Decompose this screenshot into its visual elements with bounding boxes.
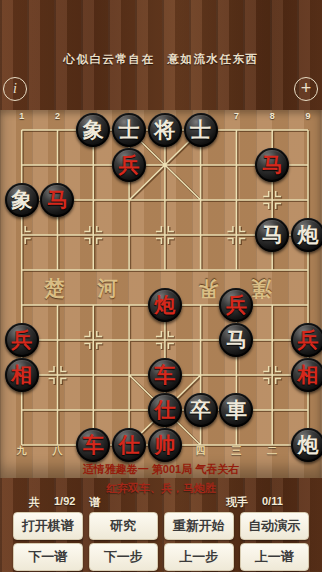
open-book-button[interactable]: 打开棋谱 (13, 512, 83, 540)
piece-black-車[interactable]: 車 (219, 393, 253, 427)
piece-black-马[interactable]: 马 (219, 323, 253, 357)
total-value: 1/92 (54, 495, 75, 507)
book-label: 谱 (89, 495, 100, 510)
piece-black-士[interactable]: 士 (184, 113, 218, 147)
puzzle-result: 红弃双车、兵，马炮胜 (0, 481, 322, 496)
piece-red-兵[interactable]: 兵 (112, 148, 146, 182)
stats-bar: 共 1/92 谱 现手 0/11 (0, 495, 322, 509)
piece-red-兵[interactable]: 兵 (291, 323, 322, 357)
piece-black-炮[interactable]: 炮 (291, 428, 322, 462)
total-label: 共 (29, 495, 40, 510)
puzzle-title: 适情雅趣卷一 第001局 气吞关右 (0, 462, 322, 477)
piece-red-相[interactable]: 相 (291, 358, 322, 392)
button-row-2: 下一谱下一步上一步上一谱 (0, 543, 322, 571)
piece-red-车[interactable]: 车 (148, 358, 182, 392)
xiangqi-board[interactable]: 象士将士兵马象马马炮炮兵兵马兵相车相仕卒車车仕帅炮 (4, 113, 322, 463)
piece-black-马[interactable]: 马 (255, 218, 289, 252)
current-move-value: 0/11 (262, 495, 283, 507)
app-screen: 心似白云常自在 意如流水任东西 i + 楚 河 漢 界 123456789 九八… (0, 0, 322, 572)
piece-red-仕[interactable]: 仕 (148, 393, 182, 427)
next-move-button[interactable]: 下一步 (89, 543, 159, 571)
button-row-1: 打开棋谱研究重新开始自动演示 (0, 512, 322, 540)
piece-black-卒[interactable]: 卒 (184, 393, 218, 427)
piece-black-将[interactable]: 将 (148, 113, 182, 147)
piece-red-帅[interactable]: 帅 (148, 428, 182, 462)
piece-red-马[interactable]: 马 (40, 183, 74, 217)
plus-icon: + (301, 79, 312, 97)
piece-red-车[interactable]: 车 (76, 428, 110, 462)
prev-move-button[interactable]: 上一步 (164, 543, 234, 571)
piece-black-士[interactable]: 士 (112, 113, 146, 147)
info-icon: i (13, 82, 17, 96)
piece-black-象[interactable]: 象 (76, 113, 110, 147)
piece-red-兵[interactable]: 兵 (5, 323, 39, 357)
prev-book-button[interactable]: 上一谱 (240, 543, 310, 571)
auto-demo-button[interactable]: 自动演示 (240, 512, 310, 540)
research-button[interactable]: 研究 (89, 512, 159, 540)
piece-red-兵[interactable]: 兵 (219, 288, 253, 322)
next-book-button[interactable]: 下一谱 (13, 543, 83, 571)
poem-text: 心似白云常自在 意如流水任东西 (0, 52, 322, 67)
piece-black-象[interactable]: 象 (5, 183, 39, 217)
restart-button[interactable]: 重新开始 (164, 512, 234, 540)
add-button[interactable]: + (294, 77, 318, 101)
piece-red-相[interactable]: 相 (5, 358, 39, 392)
piece-red-仕[interactable]: 仕 (112, 428, 146, 462)
piece-red-炮[interactable]: 炮 (148, 288, 182, 322)
info-button[interactable]: i (3, 77, 27, 101)
current-move-label: 现手 (226, 495, 248, 510)
piece-black-炮[interactable]: 炮 (291, 218, 322, 252)
piece-red-马[interactable]: 马 (255, 148, 289, 182)
